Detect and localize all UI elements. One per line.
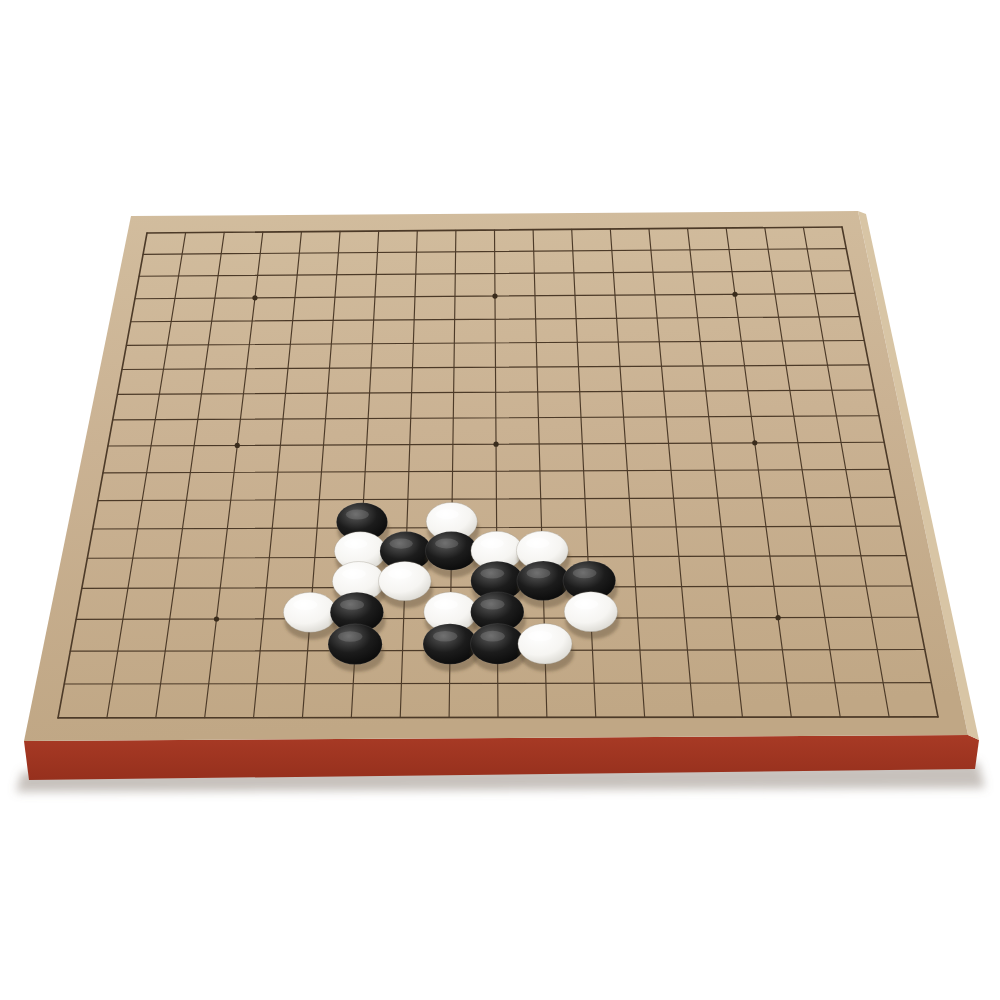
stone-sheen bbox=[338, 631, 362, 642]
stone-sheen bbox=[340, 599, 364, 609]
stone-sheen bbox=[573, 568, 597, 578]
stone-sheen bbox=[574, 599, 598, 609]
black-stone bbox=[328, 624, 382, 665]
stone-sheen bbox=[481, 538, 504, 548]
white-stone bbox=[378, 561, 431, 600]
stone-sheen bbox=[434, 599, 458, 609]
stone-sheen bbox=[480, 631, 504, 642]
black-stone bbox=[517, 561, 570, 600]
stone-sheen bbox=[433, 631, 457, 642]
star-point bbox=[732, 292, 737, 297]
star-point bbox=[492, 293, 497, 298]
star-point bbox=[775, 615, 780, 620]
stone-sheen bbox=[436, 509, 459, 519]
black-stone bbox=[423, 624, 477, 665]
go-board bbox=[0, 0, 1000, 1000]
stone-sheen bbox=[346, 510, 369, 520]
stone-sheen bbox=[342, 569, 366, 579]
star-point bbox=[752, 440, 757, 445]
stone-sheen bbox=[388, 569, 412, 579]
stone-sheen bbox=[526, 538, 549, 548]
stone-sheen bbox=[435, 538, 458, 548]
stone-sheen bbox=[344, 539, 367, 549]
white-stone bbox=[518, 623, 572, 664]
star-point bbox=[214, 616, 219, 621]
stone-sheen bbox=[480, 599, 504, 609]
star-point bbox=[235, 443, 240, 448]
star-point bbox=[493, 442, 498, 447]
star-point bbox=[252, 295, 257, 300]
black-stone bbox=[470, 624, 524, 665]
stone-sheen bbox=[527, 568, 551, 578]
product-photo bbox=[0, 0, 1000, 1000]
stone-sheen bbox=[389, 539, 412, 549]
stone-sheen bbox=[528, 631, 552, 642]
stone-sheen bbox=[293, 600, 317, 610]
white-stone bbox=[283, 592, 336, 632]
white-stone bbox=[564, 592, 617, 632]
black-stone bbox=[425, 531, 477, 570]
stone-sheen bbox=[480, 568, 504, 578]
